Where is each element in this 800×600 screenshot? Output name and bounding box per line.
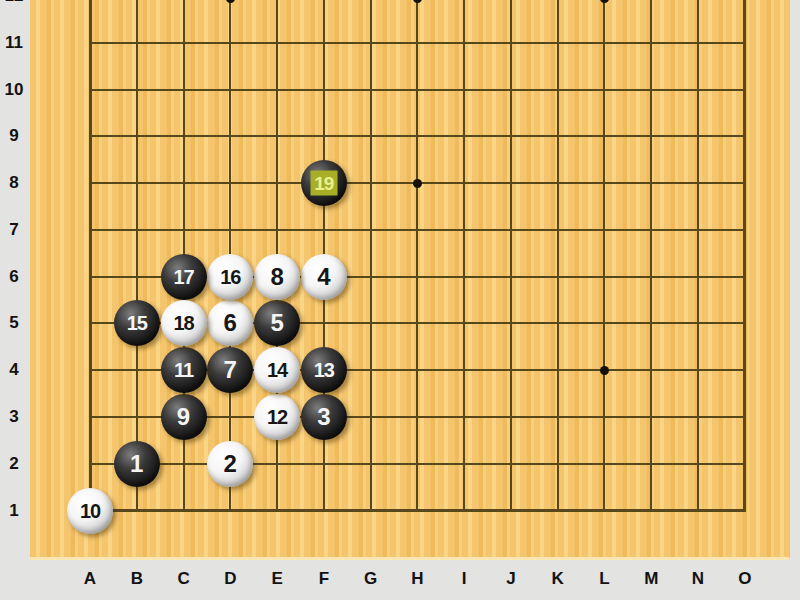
col-label-E: E <box>265 565 289 593</box>
col-label-G: G <box>359 565 383 593</box>
stone-number: 13 <box>314 360 334 380</box>
stone-number: 10 <box>80 501 100 521</box>
col-label-K: K <box>546 565 570 593</box>
col-label-H: H <box>405 565 429 593</box>
stone-move-8-e6[interactable]: 8 <box>254 254 300 300</box>
stone-number: 16 <box>220 267 240 287</box>
stone-move-9-c3[interactable]: 9 <box>161 394 207 440</box>
col-label-C: C <box>172 565 196 593</box>
stone-number: 14 <box>267 360 287 380</box>
stone-move-19-f8[interactable]: 19 <box>301 160 347 206</box>
stone-move-4-f6[interactable]: 4 <box>301 254 347 300</box>
stone-move-11-c4[interactable]: 11 <box>161 347 207 393</box>
col-label-I: I <box>452 565 476 593</box>
stone-move-17-c6[interactable]: 17 <box>161 254 207 300</box>
row-label-2: 2 <box>0 453 28 475</box>
stone-number: 4 <box>317 265 330 289</box>
stone-number: 17 <box>173 267 193 287</box>
row-label-9: 9 <box>0 125 28 147</box>
grid-vline-A <box>89 0 92 512</box>
stone-move-10-a1[interactable]: 10 <box>67 488 113 534</box>
stone-move-14-e4[interactable]: 14 <box>254 347 300 393</box>
stone-number: 5 <box>270 311 283 335</box>
row-label-8: 8 <box>0 172 28 194</box>
col-label-A: A <box>78 565 102 593</box>
stone-number: 6 <box>224 311 237 335</box>
stone-number: 9 <box>177 405 190 429</box>
stone-move-1-b2[interactable]: 1 <box>114 441 160 487</box>
grid-vline-L <box>603 0 605 512</box>
row-label-11: 11 <box>0 32 28 54</box>
grid-vline-J <box>510 0 512 512</box>
grid-vline-N <box>697 0 699 512</box>
grid-hline-11 <box>89 42 747 44</box>
stone-number: 8 <box>270 265 283 289</box>
stone-number: 7 <box>224 358 237 382</box>
grid-hline-2 <box>89 463 747 465</box>
grid-vline-H <box>416 0 418 512</box>
go-board-app: 121110987654321 ABCDEFGHIJKLMNO 12345678… <box>0 0 800 600</box>
stone-number: 1 <box>130 452 143 476</box>
stone-move-12-e3[interactable]: 12 <box>254 394 300 440</box>
row-label-7: 7 <box>0 219 28 241</box>
row-label-6: 6 <box>0 266 28 288</box>
stone-number: 11 <box>174 360 193 380</box>
grid-hline-10 <box>89 89 747 91</box>
grid-hline-1 <box>89 509 747 512</box>
grid-vline-K <box>557 0 559 512</box>
grid-vline-M <box>650 0 652 512</box>
row-label-4: 4 <box>0 359 28 381</box>
stone-number: 3 <box>317 405 330 429</box>
stone-move-16-d6[interactable]: 16 <box>207 254 253 300</box>
col-label-B: B <box>125 565 149 593</box>
stone-move-3-f3[interactable]: 3 <box>301 394 347 440</box>
row-label-5: 5 <box>0 312 28 334</box>
grid-hline-9 <box>89 135 747 137</box>
col-label-O: O <box>733 565 757 593</box>
stone-number: 2 <box>224 452 237 476</box>
stone-number: 12 <box>267 407 287 427</box>
star-point-l4 <box>600 366 609 375</box>
row-label-12: 12 <box>0 0 28 7</box>
col-label-L: L <box>592 565 616 593</box>
row-label-1: 1 <box>0 500 28 522</box>
grid-vline-O <box>743 0 746 512</box>
grid-hline-7 <box>89 229 747 231</box>
col-label-D: D <box>218 565 242 593</box>
stone-number: 18 <box>173 313 193 333</box>
stone-move-2-d2[interactable]: 2 <box>207 441 253 487</box>
col-label-M: M <box>639 565 663 593</box>
row-label-3: 3 <box>0 406 28 428</box>
row-label-10: 10 <box>0 79 28 101</box>
last-move-highlight: 19 <box>310 171 337 196</box>
stone-move-15-b5[interactable]: 15 <box>114 300 160 346</box>
star-point-h8 <box>413 179 422 188</box>
stone-move-13-f4[interactable]: 13 <box>301 347 347 393</box>
col-label-N: N <box>686 565 710 593</box>
col-label-J: J <box>499 565 523 593</box>
grid-vline-I <box>463 0 465 512</box>
col-label-F: F <box>312 565 336 593</box>
grid-vline-G <box>370 0 372 512</box>
stone-move-18-c5[interactable]: 18 <box>161 300 207 346</box>
grid-vline-B <box>136 0 138 512</box>
stone-number: 15 <box>127 313 147 333</box>
